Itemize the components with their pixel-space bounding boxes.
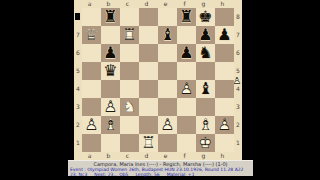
piece-glyph: ♜	[177, 8, 196, 26]
square-b3[interactable]: ♟♙	[101, 98, 120, 116]
square-d3[interactable]	[139, 98, 158, 116]
material-pawn-outline: ♙	[232, 74, 242, 87]
rank-label: 7	[74, 26, 82, 44]
square-g8[interactable]: ♚	[196, 8, 215, 26]
file-label: b	[99, 152, 118, 160]
file-label: d	[137, 0, 156, 8]
piece-white-pawn[interactable]: ♟♙	[158, 116, 177, 134]
square-g6[interactable]: ♞	[196, 44, 215, 62]
material-label: Material: +1	[167, 172, 195, 177]
square-h6[interactable]	[215, 44, 234, 62]
square-f6[interactable]: ♟	[177, 44, 196, 62]
square-e3[interactable]	[158, 98, 177, 116]
piece-black-rook[interactable]: ♜	[177, 8, 196, 26]
file-label: h	[213, 152, 232, 160]
piece-black-king[interactable]: ♚	[196, 8, 215, 26]
chessboard-panel: abcdefgh abcdefgh 87654321 87654321 ♜♜♚♛…	[74, 0, 242, 160]
square-g2[interactable]: ♝♗	[196, 116, 215, 134]
square-e1[interactable]	[158, 134, 177, 152]
piece-outline: ♕	[82, 26, 101, 44]
piece-outline: ♙	[158, 116, 177, 134]
square-f2[interactable]	[177, 116, 196, 134]
piece-outline: ♖	[120, 26, 139, 44]
piece-white-bishop[interactable]: ♝♗	[196, 116, 215, 134]
piece-outline: ♙	[101, 98, 120, 116]
piece-glyph: ♚	[196, 8, 215, 26]
piece-black-bishop[interactable]: ♝	[196, 80, 215, 98]
material-white-pawn-icon: ♟♙	[232, 74, 242, 87]
piece-black-knight[interactable]: ♞	[196, 44, 215, 62]
square-c4[interactable]	[120, 80, 139, 98]
rank-label: 8	[234, 8, 242, 26]
square-d6[interactable]	[139, 44, 158, 62]
rank-label: 3	[74, 98, 82, 116]
move-info-line: 23. Nc3 Next: 23... Qb5 Length: 56 Mater…	[68, 172, 253, 177]
square-a1[interactable]	[82, 134, 101, 152]
square-b5[interactable]: ♛	[101, 62, 120, 80]
piece-black-pawn[interactable]: ♟	[101, 44, 120, 62]
square-c7[interactable]: ♜♖	[120, 26, 139, 44]
piece-glyph: ♛	[101, 62, 120, 80]
square-e8[interactable]	[158, 8, 177, 26]
file-label: a	[80, 152, 99, 160]
square-b6[interactable]: ♟	[101, 44, 120, 62]
square-c2[interactable]	[120, 116, 139, 134]
piece-black-pawn[interactable]: ♟	[177, 44, 196, 62]
rank-label: 1	[74, 134, 82, 152]
rank-label: 7	[234, 26, 242, 44]
square-a8[interactable]	[82, 8, 101, 26]
square-f1[interactable]	[177, 134, 196, 152]
square-h7[interactable]: ♟	[215, 26, 234, 44]
square-g3[interactable]	[196, 98, 215, 116]
square-d1[interactable]: ♜♖	[139, 134, 158, 152]
video-frame: abcdefgh abcdefgh 87654321 87654321 ♜♜♚♛…	[0, 0, 320, 180]
square-d8[interactable]	[139, 8, 158, 26]
piece-white-pawn[interactable]: ♟♙	[101, 98, 120, 116]
rank-label: 1	[234, 134, 242, 152]
piece-white-pawn[interactable]: ♟♙	[82, 116, 101, 134]
square-a7[interactable]: ♛♕	[82, 26, 101, 44]
piece-black-bishop[interactable]: ♝	[158, 26, 177, 44]
square-e4[interactable]	[158, 80, 177, 98]
piece-outline: ♘	[120, 98, 139, 116]
square-f7[interactable]	[177, 26, 196, 44]
square-e2[interactable]: ♟♙	[158, 116, 177, 134]
square-d5[interactable]	[139, 62, 158, 80]
square-c8[interactable]	[120, 8, 139, 26]
file-label: d	[137, 152, 156, 160]
file-labels-bottom: abcdefgh	[82, 152, 234, 160]
status-bar: Campora, Maria Ines (----) - Regich, Mar…	[68, 160, 253, 176]
square-h8[interactable]	[215, 8, 234, 26]
piece-black-pawn[interactable]: ♟	[196, 26, 215, 44]
square-b7[interactable]	[101, 26, 120, 44]
square-a5[interactable]	[82, 62, 101, 80]
piece-white-king[interactable]: ♚♔	[196, 134, 215, 152]
square-a3[interactable]	[82, 98, 101, 116]
piece-white-rook[interactable]: ♜♖	[120, 26, 139, 44]
square-d4[interactable]	[139, 80, 158, 98]
square-a6[interactable]	[82, 44, 101, 62]
piece-glyph: ♝	[158, 26, 177, 44]
piece-white-queen[interactable]: ♛♕	[82, 26, 101, 44]
piece-black-queen[interactable]: ♛	[101, 62, 120, 80]
piece-outline: ♔	[196, 134, 215, 152]
file-label: h	[213, 0, 232, 8]
piece-white-pawn[interactable]: ♟♙	[177, 80, 196, 98]
black-to-move-indicator-icon	[75, 13, 80, 20]
square-h1[interactable]	[215, 134, 234, 152]
square-f3[interactable]	[177, 98, 196, 116]
next-move-label: Next: 23... Qb5	[94, 172, 128, 177]
square-g5[interactable]	[196, 62, 215, 80]
square-c6[interactable]	[120, 44, 139, 62]
piece-white-knight[interactable]: ♞♘	[120, 98, 139, 116]
square-b8[interactable]: ♜	[101, 8, 120, 26]
piece-black-rook[interactable]: ♜	[101, 8, 120, 26]
piece-glyph: ♝	[196, 80, 215, 98]
square-h3[interactable]	[215, 98, 234, 116]
square-g7[interactable]: ♟	[196, 26, 215, 44]
square-a2[interactable]: ♟♙	[82, 116, 101, 134]
file-label: e	[156, 152, 175, 160]
square-d2[interactable]	[139, 116, 158, 134]
piece-black-pawn[interactable]: ♟	[215, 26, 234, 44]
file-label: c	[118, 152, 137, 160]
game-length-label: Length: 56	[135, 172, 159, 177]
rank-label: 2	[234, 116, 242, 134]
file-label: e	[156, 0, 175, 8]
square-f5[interactable]	[177, 62, 196, 80]
square-f8[interactable]: ♜	[177, 8, 196, 26]
square-g1[interactable]: ♚♔	[196, 134, 215, 152]
piece-white-pawn[interactable]: ♟♙	[215, 116, 234, 134]
chessboard[interactable]: ♜♜♚♛♕♜♖♝♟♟♟♟♞♛♟♙♝♟♙♞♘♟♙♝♗♟♙♝♗♟♙♜♖♚♔	[82, 8, 234, 152]
square-d7[interactable]	[139, 26, 158, 44]
rank-label: 6	[74, 44, 82, 62]
last-move-label: 23. Nc3	[70, 172, 87, 177]
square-f4[interactable]: ♟♙	[177, 80, 196, 98]
piece-white-rook[interactable]: ♜♖	[139, 134, 158, 152]
piece-white-bishop[interactable]: ♝♗	[101, 116, 120, 134]
piece-glyph: ♞	[196, 44, 215, 62]
piece-outline: ♗	[196, 116, 215, 134]
rank-labels-left: 87654321	[74, 8, 82, 152]
file-label: g	[194, 152, 213, 160]
square-c5[interactable]	[120, 62, 139, 80]
piece-outline: ♙	[82, 116, 101, 134]
file-label: c	[118, 0, 137, 8]
square-h2[interactable]: ♟♙	[215, 116, 234, 134]
piece-glyph: ♟	[215, 26, 234, 44]
piece-outline: ♙	[177, 80, 196, 98]
square-c1[interactable]	[120, 134, 139, 152]
piece-outline: ♙	[215, 116, 234, 134]
piece-outline: ♖	[139, 134, 158, 152]
square-b4[interactable]	[101, 80, 120, 98]
square-e7[interactable]: ♝	[158, 26, 177, 44]
piece-glyph: ♟	[101, 44, 120, 62]
file-label: a	[80, 0, 99, 8]
rank-label: 6	[234, 44, 242, 62]
piece-glyph: ♜	[101, 8, 120, 26]
piece-outline: ♗	[101, 116, 120, 134]
rank-label: 4	[74, 80, 82, 98]
square-c3[interactable]: ♞♘	[120, 98, 139, 116]
square-e5[interactable]	[158, 62, 177, 80]
square-b1[interactable]	[101, 134, 120, 152]
file-label: f	[175, 152, 194, 160]
piece-glyph: ♟	[196, 26, 215, 44]
square-g4[interactable]: ♝	[196, 80, 215, 98]
square-e6[interactable]	[158, 44, 177, 62]
square-b2[interactable]: ♝♗	[101, 116, 120, 134]
rank-label: 5	[74, 62, 82, 80]
rank-label: 2	[74, 116, 82, 134]
rank-label: 3	[234, 98, 242, 116]
piece-glyph: ♟	[177, 44, 196, 62]
square-a4[interactable]	[82, 80, 101, 98]
